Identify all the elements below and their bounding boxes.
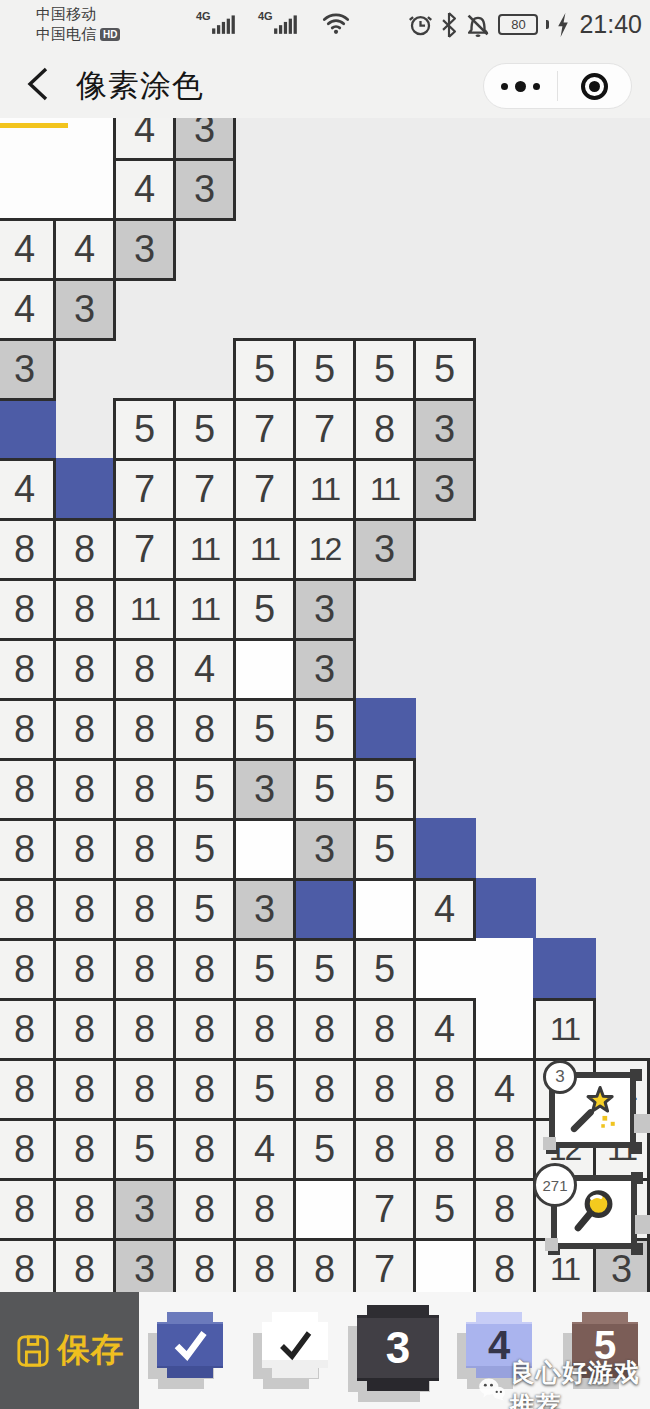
board-cell-r8c2[interactable]: 8 — [53, 518, 116, 581]
board-cell-r12c5[interactable]: 3 — [233, 758, 296, 821]
board-cell-r13c8[interactable] — [413, 818, 476, 881]
board-cell-r10c6[interactable]: 3 — [293, 638, 356, 701]
board-cell-r15c10[interactable] — [533, 938, 596, 1001]
signal-bars-icon — [274, 10, 298, 36]
wechat-logo-icon — [478, 1373, 506, 1405]
board-cell-r18c6[interactable]: 5 — [293, 1118, 356, 1181]
board-cell-r15c4[interactable]: 8 — [173, 938, 236, 1001]
board-cell-r17c8[interactable]: 8 — [413, 1058, 476, 1121]
board-cell-r8c7[interactable]: 3 — [353, 518, 416, 581]
close-minimize-button[interactable] — [558, 73, 631, 100]
board-cell-r11c3[interactable]: 8 — [113, 698, 176, 761]
board-cell-r19c3[interactable]: 3 — [113, 1178, 176, 1241]
board-cell-r14c6[interactable] — [293, 878, 356, 941]
board-cell-r10c3[interactable]: 8 — [113, 638, 176, 701]
board-cell-r13c2[interactable]: 8 — [53, 818, 116, 881]
board-cell-r13c1[interactable]: 8 — [0, 818, 56, 881]
board-cell-r8c4[interactable]: 11 — [173, 518, 236, 581]
board-cell-r15c5[interactable]: 5 — [233, 938, 296, 1001]
board-cell-r7c1[interactable]: 4 — [0, 458, 56, 521]
board-cell-r11c4[interactable]: 8 — [173, 698, 236, 761]
board-cell-r8c3[interactable]: 7 — [113, 518, 176, 581]
check-icon — [168, 1325, 212, 1365]
board-cell-r17c4[interactable]: 8 — [173, 1058, 236, 1121]
board-cell-r19c7[interactable]: 7 — [353, 1178, 416, 1241]
board-cell-r18c1[interactable]: 8 — [0, 1118, 56, 1181]
board-cell-r9c6[interactable]: 3 — [293, 578, 356, 641]
board-cell-r6c8[interactable]: 3 — [413, 398, 476, 461]
board-cell-r12c3[interactable]: 8 — [113, 758, 176, 821]
board-cell-r17c5[interactable]: 5 — [233, 1058, 296, 1121]
clock: 21:40 — [579, 10, 642, 39]
board-cell-r14c1[interactable]: 8 — [0, 878, 56, 941]
board-cell-r15c9[interactable] — [473, 938, 536, 1001]
board-cell-r6c5[interactable]: 7 — [233, 398, 296, 461]
board-cell-r19c6[interactable] — [293, 1178, 356, 1241]
board-cell-r19c9[interactable]: 8 — [473, 1178, 536, 1241]
save-floppy-icon — [16, 1334, 50, 1368]
board-cell-r10c5[interactable] — [233, 638, 296, 701]
board-cell-r9c4[interactable]: 11 — [173, 578, 236, 641]
board-cell-r3c1[interactable]: 4 — [0, 218, 56, 281]
board-cell-r14c5[interactable]: 3 — [233, 878, 296, 941]
board-cell-r15c8[interactable] — [413, 938, 476, 1001]
board-cell-r11c2[interactable]: 8 — [53, 698, 116, 761]
battery-tip — [546, 20, 549, 29]
carrier-2: 中国电信 — [36, 24, 96, 44]
board-cell-r14c4[interactable]: 5 — [173, 878, 236, 941]
charging-icon — [556, 13, 570, 37]
board-cell-r17c1[interactable]: 8 — [0, 1058, 56, 1121]
more-icon — [533, 83, 540, 90]
board-cell-r16c1[interactable]: 8 — [0, 998, 56, 1061]
board-cell-r16c10[interactable]: 11 — [533, 998, 596, 1061]
board-cell-r19c1[interactable]: 8 — [0, 1178, 56, 1241]
board-cell-r9c2[interactable]: 8 — [53, 578, 116, 641]
magnifier-count: 271 — [542, 1177, 567, 1194]
board-cell-r18c7[interactable]: 8 — [353, 1118, 416, 1181]
board-cell-r11c7[interactable] — [353, 698, 416, 761]
status-bar: 中国移动 中国电信 HD 4G 4G — [0, 0, 650, 50]
board-cell-r16c4[interactable]: 8 — [173, 998, 236, 1061]
wand-count-badge: 3 — [543, 1060, 577, 1094]
board-cell-r7c6[interactable]: 11 — [293, 458, 356, 521]
board-cell-r6c6[interactable]: 7 — [293, 398, 356, 461]
board-cell-r2c1[interactable] — [0, 158, 56, 221]
board-cell-r14c8[interactable]: 4 — [413, 878, 476, 941]
carrier-info: 中国移动 中国电信 HD — [36, 4, 120, 44]
board-cell-r8c1[interactable]: 8 — [0, 518, 56, 581]
board-cell-r14c3[interactable]: 8 — [113, 878, 176, 941]
palette-3-label: 3 — [386, 1323, 410, 1373]
board-cell-r4c2[interactable]: 3 — [53, 278, 116, 341]
board-cell-r7c3[interactable]: 7 — [113, 458, 176, 521]
board-cell-r13c4[interactable]: 5 — [173, 818, 236, 881]
pixel-shadow — [543, 1137, 556, 1150]
board-cell-r7c7[interactable]: 11 — [353, 458, 416, 521]
board-cell-r17c7[interactable]: 8 — [353, 1058, 416, 1121]
board-cell-r11c6[interactable]: 5 — [293, 698, 356, 761]
board-cell-r14c2[interactable]: 8 — [53, 878, 116, 941]
progress-line — [0, 123, 68, 128]
board-cell-r12c1[interactable]: 8 — [0, 758, 56, 821]
battery-icon: 80 — [498, 14, 538, 35]
back-icon[interactable] — [22, 66, 56, 102]
board-cell-r6c3[interactable]: 5 — [113, 398, 176, 461]
board-cell-r12c2[interactable]: 8 — [53, 758, 116, 821]
more-button[interactable] — [484, 81, 557, 92]
watermark: 良心好游戏推荐 — [478, 1356, 650, 1409]
board-cell-r5c5[interactable]: 5 — [233, 338, 296, 401]
board-cell-r14c9[interactable] — [473, 878, 536, 941]
board-cell-r17c3[interactable]: 8 — [113, 1058, 176, 1121]
board-cell-r18c4[interactable]: 8 — [173, 1118, 236, 1181]
board-cell-r5c8[interactable]: 5 — [413, 338, 476, 401]
save-button[interactable]: 保存 — [0, 1292, 139, 1409]
board-cell-r2c2[interactable] — [53, 158, 116, 221]
target-icon — [581, 73, 608, 100]
board-cell-r15c6[interactable]: 5 — [293, 938, 356, 1001]
watermark-text: 良心好游戏推荐 — [510, 1356, 650, 1409]
board-cell-r3c3[interactable]: 3 — [113, 218, 176, 281]
board-cell-r9c3[interactable]: 11 — [113, 578, 176, 641]
board-cell-r15c2[interactable]: 8 — [53, 938, 116, 1001]
board-cell-r16c5[interactable]: 8 — [233, 998, 296, 1061]
board-cell-r15c3[interactable]: 8 — [113, 938, 176, 1001]
signal-bars-icon — [212, 10, 236, 36]
board-cell-r17c9[interactable]: 4 — [473, 1058, 536, 1121]
board-cell-r7c5[interactable]: 7 — [233, 458, 296, 521]
network-type-1: 4G — [196, 10, 211, 22]
check-icon — [273, 1325, 317, 1365]
board-cell-r17c2[interactable]: 8 — [53, 1058, 116, 1121]
board-cell-r8c5[interactable]: 11 — [233, 518, 296, 581]
board-cell-r2c3[interactable]: 4 — [113, 158, 176, 221]
alarm-icon — [408, 12, 433, 37]
magnifier-icon — [569, 1187, 619, 1237]
board-cell-r14c7[interactable] — [353, 878, 416, 941]
mute-bell-icon — [465, 12, 491, 38]
wand-count: 3 — [555, 1067, 564, 1087]
board-cell-r16c2[interactable]: 8 — [53, 998, 116, 1061]
more-icon — [515, 81, 526, 92]
board-cell-r13c5[interactable] — [233, 818, 296, 881]
magic-wand-icon — [567, 1084, 619, 1136]
board-cell-r18c8[interactable]: 8 — [413, 1118, 476, 1181]
board-cell-r3c2[interactable]: 4 — [53, 218, 116, 281]
board-cell-r13c3[interactable]: 8 — [113, 818, 176, 881]
magnifier-count-badge: 271 — [533, 1163, 577, 1207]
board-cell-r9c5[interactable]: 5 — [233, 578, 296, 641]
wechat-capsule — [483, 63, 632, 109]
board-cell-r7c8[interactable]: 3 — [413, 458, 476, 521]
pixel-shadow — [545, 1238, 558, 1251]
palette-color-3[interactable]: 3 — [357, 1305, 439, 1391]
board-cell-r6c1[interactable] — [0, 398, 56, 461]
board-cell-r8c6[interactable]: 12 — [293, 518, 356, 581]
network-type-2: 4G — [258, 10, 273, 22]
nav-bar: 像素涂色 — [0, 50, 650, 118]
board-cell-r12c4[interactable]: 5 — [173, 758, 236, 821]
board-cell-r16c6[interactable]: 8 — [293, 998, 356, 1061]
board-cell-r9c1[interactable]: 8 — [0, 578, 56, 641]
board-cell-r18c9[interactable]: 8 — [473, 1118, 536, 1181]
board-cell-r13c7[interactable]: 5 — [353, 818, 416, 881]
board-cell-r5c1[interactable]: 3 — [0, 338, 56, 401]
board-cell-r6c7[interactable]: 8 — [353, 398, 416, 461]
board-cell-r7c2[interactable] — [53, 458, 116, 521]
more-icon — [501, 83, 508, 90]
board-cell-r13c6[interactable]: 3 — [293, 818, 356, 881]
board-cell-r17c6[interactable]: 8 — [293, 1058, 356, 1121]
board-cell-r6c4[interactable]: 5 — [173, 398, 236, 461]
board-cell-r2c4[interactable]: 3 — [173, 158, 236, 221]
board-cell-r18c5[interactable]: 4 — [233, 1118, 296, 1181]
board-cell-r10c1[interactable]: 8 — [0, 638, 56, 701]
board-cell-r18c2[interactable]: 8 — [53, 1118, 116, 1181]
board-cell-r12c7[interactable]: 5 — [353, 758, 416, 821]
board-cell-r10c2[interactable]: 8 — [53, 638, 116, 701]
board-cell-r19c8[interactable]: 5 — [413, 1178, 476, 1241]
board-cell-r5c6[interactable]: 5 — [293, 338, 356, 401]
save-label: 保存 — [58, 1328, 124, 1373]
board-cell-r4c1[interactable]: 4 — [0, 278, 56, 341]
board-cell-r16c8[interactable]: 4 — [413, 998, 476, 1061]
bluetooth-icon — [440, 12, 458, 38]
palette-white-done[interactable] — [262, 1312, 328, 1378]
board-cell-r16c7[interactable]: 8 — [353, 998, 416, 1061]
board-cell-r19c2[interactable]: 8 — [53, 1178, 116, 1241]
palette-blue-done[interactable] — [157, 1312, 223, 1378]
wifi-icon — [322, 10, 350, 36]
battery-percent: 80 — [511, 17, 525, 32]
board-cell-r7c4[interactable]: 7 — [173, 458, 236, 521]
board-cell-r19c4[interactable]: 8 — [173, 1178, 236, 1241]
board-cell-r16c3[interactable]: 8 — [113, 998, 176, 1061]
carrier-1: 中国移动 — [36, 4, 96, 24]
board-cell-r12c6[interactable]: 5 — [293, 758, 356, 821]
board-cell-r11c1[interactable]: 8 — [0, 698, 56, 761]
board-cell-r11c5[interactable]: 5 — [233, 698, 296, 761]
board-cell-r5c7[interactable]: 5 — [353, 338, 416, 401]
app-screen: 4343443433555555778347771111388711111238… — [0, 0, 650, 1409]
board-cell-r19c5[interactable]: 8 — [233, 1178, 296, 1241]
hd-badge: HD — [100, 28, 120, 41]
board-cell-r10c4[interactable]: 4 — [173, 638, 236, 701]
board-cell-r15c1[interactable]: 8 — [0, 938, 56, 1001]
board-cell-r18c3[interactable]: 5 — [113, 1118, 176, 1181]
board-cell-r15c7[interactable]: 5 — [353, 938, 416, 1001]
board-cell-r16c9[interactable] — [473, 998, 536, 1061]
page-title: 像素涂色 — [76, 65, 204, 107]
